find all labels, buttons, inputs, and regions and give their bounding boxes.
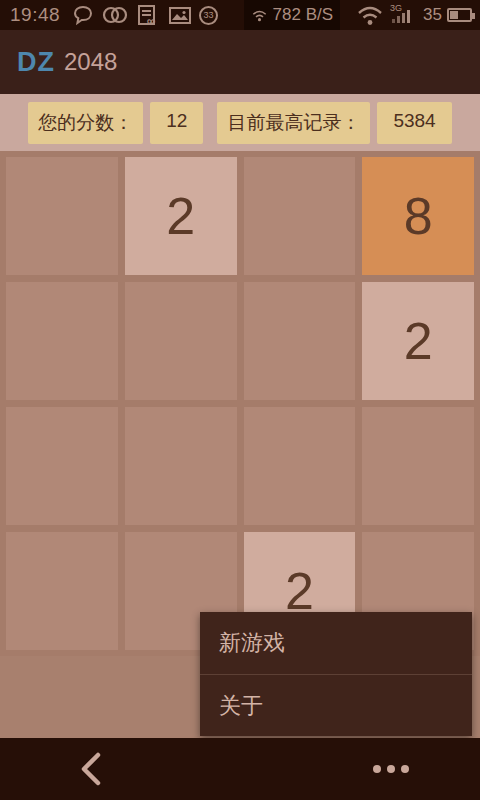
back-button[interactable] [72, 750, 110, 788]
network-speed-indicator: 782 B/S [244, 0, 341, 30]
chat-bubble-icon [71, 3, 95, 27]
svg-text:∞: ∞ [147, 14, 156, 27]
empty-cell [6, 532, 118, 650]
app-bar: DZ 2048 [0, 30, 480, 94]
best-score-group: 目前最高记录： 5384 [217, 102, 451, 144]
clock: 19:48 [10, 4, 60, 26]
empty-cell [6, 282, 118, 400]
tile-8: 8 [362, 157, 474, 275]
tile-2: 2 [362, 282, 474, 400]
app-logo: DZ [17, 47, 55, 78]
score-bar: 您的分数： 12 目前最高记录： 5384 [0, 94, 480, 151]
popup-menu: 新游戏 关于 [200, 612, 472, 736]
empty-cell [362, 407, 474, 525]
empty-cell [125, 282, 237, 400]
empty-cell [125, 407, 237, 525]
circle-badge-icon: 33 [199, 6, 218, 25]
battery-percent-label: 35 [423, 5, 442, 25]
overlapping-circles-icon [101, 3, 129, 27]
wifi-icon [357, 5, 383, 26]
current-score-group: 您的分数： 12 [28, 102, 203, 144]
best-score-label: 目前最高记录： [217, 102, 370, 144]
score-label: 您的分数： [28, 102, 143, 144]
back-chevron-icon [79, 750, 103, 788]
menu-overflow-button[interactable] [373, 765, 409, 773]
empty-cell [244, 282, 356, 400]
empty-cell [244, 157, 356, 275]
status-bar: 19:48 ∞ 33 [0, 0, 480, 30]
best-score-value: 5384 [377, 102, 451, 144]
wifi-small-icon [251, 8, 268, 22]
score-value: 12 [150, 102, 203, 144]
menu-item-new-game[interactable]: 新游戏 [200, 612, 472, 674]
signal-strength-icon: 3G [390, 5, 416, 25]
tile-2: 2 [125, 157, 237, 275]
notes-infinity-icon: ∞ [135, 3, 161, 27]
empty-cell [6, 157, 118, 275]
app-title: 2048 [64, 48, 117, 76]
battery-icon [447, 8, 472, 22]
gallery-icon [167, 3, 193, 27]
board-grid[interactable]: 2822 [0, 151, 480, 656]
network-speed-text: 782 B/S [273, 5, 334, 25]
empty-cell [6, 407, 118, 525]
navigation-bar [0, 738, 480, 800]
menu-item-about[interactable]: 关于 [200, 674, 472, 736]
empty-cell [244, 407, 356, 525]
